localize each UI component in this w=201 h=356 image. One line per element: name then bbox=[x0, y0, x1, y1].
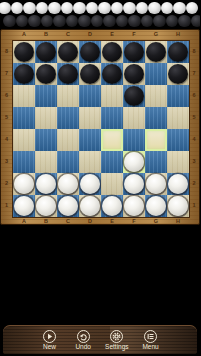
square-h3[interactable] bbox=[167, 151, 189, 173]
tray-white-piece bbox=[173, 2, 186, 15]
tray-black-piece bbox=[116, 15, 129, 28]
rank-labels-right: 87654321 bbox=[189, 41, 199, 217]
rank-label-right-6: 6 bbox=[189, 85, 199, 107]
square-e8[interactable] bbox=[101, 41, 123, 63]
square-d8[interactable] bbox=[79, 41, 101, 63]
tray-white-piece bbox=[11, 2, 24, 15]
square-h7[interactable] bbox=[167, 63, 189, 85]
black-piece-f6[interactable] bbox=[124, 86, 144, 106]
tray-white-piece bbox=[148, 2, 161, 15]
rank-label-left-4: 4 bbox=[2, 129, 12, 151]
rank-label-right-2: 2 bbox=[189, 173, 199, 195]
square-h6[interactable] bbox=[167, 85, 189, 107]
square-f6[interactable] bbox=[123, 85, 145, 107]
tray-black-piece bbox=[153, 15, 166, 28]
rank-label-right-3: 3 bbox=[189, 151, 199, 173]
square-e7[interactable] bbox=[101, 63, 123, 85]
file-label-top-f: F bbox=[123, 30, 145, 40]
square-b2[interactable] bbox=[35, 173, 57, 195]
tray-white-piece bbox=[98, 2, 111, 15]
white-piece-h2[interactable] bbox=[168, 174, 188, 194]
tray-black-piece bbox=[66, 15, 79, 28]
tray-black-piece bbox=[53, 15, 66, 28]
black-piece-a7[interactable] bbox=[14, 64, 34, 84]
tray-white-piece bbox=[73, 2, 86, 15]
undo-icon bbox=[77, 330, 90, 343]
square-f3[interactable] bbox=[123, 151, 145, 173]
black-piece-b7[interactable] bbox=[36, 64, 56, 84]
square-b6[interactable] bbox=[35, 85, 57, 107]
new-game-button[interactable]: New bbox=[33, 330, 67, 351]
checkers-board: ABCDEFGH ABCDEFGH 87654321 87654321 bbox=[0, 29, 200, 225]
square-e3[interactable] bbox=[101, 151, 123, 173]
file-label-bottom-g: G bbox=[145, 217, 167, 227]
file-label-bottom-e: E bbox=[101, 217, 123, 227]
square-d6[interactable] bbox=[79, 85, 101, 107]
black-piece-d7[interactable] bbox=[80, 64, 100, 84]
square-h8[interactable] bbox=[167, 41, 189, 63]
rank-label-left-3: 3 bbox=[2, 151, 12, 173]
file-label-bottom-h: H bbox=[167, 217, 189, 227]
tray-black-piece bbox=[103, 15, 116, 28]
file-label-top-c: C bbox=[57, 30, 79, 40]
square-d4[interactable] bbox=[79, 129, 101, 151]
board-grid bbox=[13, 41, 189, 217]
rank-label-left-7: 7 bbox=[2, 63, 12, 85]
square-b7[interactable] bbox=[35, 63, 57, 85]
black-piece-f8[interactable] bbox=[124, 42, 144, 62]
square-b1[interactable] bbox=[35, 195, 57, 217]
black-piece-b8[interactable] bbox=[36, 42, 56, 62]
square-f7[interactable] bbox=[123, 63, 145, 85]
square-c8[interactable] bbox=[57, 41, 79, 63]
square-e6[interactable] bbox=[101, 85, 123, 107]
white-piece-g2[interactable] bbox=[146, 174, 166, 194]
tray-black-piece bbox=[41, 15, 54, 28]
square-b4[interactable] bbox=[35, 129, 57, 151]
square-g3[interactable] bbox=[145, 151, 167, 173]
tray-black-piece bbox=[28, 15, 41, 28]
square-b3[interactable] bbox=[35, 151, 57, 173]
new-button-label: New bbox=[43, 344, 56, 351]
square-a2[interactable] bbox=[13, 173, 35, 195]
rank-label-left-8: 8 bbox=[2, 41, 12, 63]
white-piece-f1[interactable] bbox=[124, 196, 144, 216]
settings-button-label: Settings bbox=[105, 344, 129, 351]
file-label-top-g: G bbox=[145, 30, 167, 40]
tray-black-piece bbox=[78, 15, 91, 28]
white-piece-h1[interactable] bbox=[168, 196, 188, 216]
square-h5[interactable] bbox=[167, 107, 189, 129]
square-g1[interactable] bbox=[145, 195, 167, 217]
white-piece-d2[interactable] bbox=[80, 174, 100, 194]
tray-black-piece bbox=[91, 15, 104, 28]
square-g8[interactable] bbox=[145, 41, 167, 63]
tray-black-piece bbox=[141, 15, 154, 28]
app-bar-buttons: New Undo bbox=[33, 330, 168, 351]
white-piece-b1[interactable] bbox=[36, 196, 56, 216]
file-label-bottom-d: D bbox=[79, 217, 101, 227]
square-d1[interactable] bbox=[79, 195, 101, 217]
square-h1[interactable] bbox=[167, 195, 189, 217]
file-label-top-h: H bbox=[167, 30, 189, 40]
square-g2[interactable] bbox=[145, 173, 167, 195]
square-b5[interactable] bbox=[35, 107, 57, 129]
play-icon bbox=[43, 330, 56, 343]
white-piece-g1[interactable] bbox=[146, 196, 166, 216]
black-piece-f7[interactable] bbox=[124, 64, 144, 84]
black-piece-d8[interactable] bbox=[80, 42, 100, 62]
square-f5[interactable] bbox=[123, 107, 145, 129]
square-f1[interactable] bbox=[123, 195, 145, 217]
white-piece-a2[interactable] bbox=[14, 174, 34, 194]
square-e4[interactable] bbox=[101, 129, 123, 151]
black-pieces-tray bbox=[3, 15, 200, 28]
square-c1[interactable] bbox=[57, 195, 79, 217]
menu-button[interactable]: Menu bbox=[134, 330, 168, 351]
white-piece-c1[interactable] bbox=[58, 196, 78, 216]
square-a1[interactable] bbox=[13, 195, 35, 217]
rank-label-right-4: 4 bbox=[189, 129, 199, 151]
black-piece-a8[interactable] bbox=[14, 42, 34, 62]
black-piece-g8[interactable] bbox=[146, 42, 166, 62]
square-e1[interactable] bbox=[101, 195, 123, 217]
list-icon bbox=[144, 330, 157, 343]
tray-white-piece bbox=[48, 2, 61, 15]
undo-button-label: Undo bbox=[75, 344, 91, 351]
file-label-top-a: A bbox=[13, 30, 35, 40]
black-piece-c8[interactable] bbox=[58, 42, 78, 62]
rank-label-left-2: 2 bbox=[2, 173, 12, 195]
app-bar: New Undo bbox=[3, 325, 197, 354]
square-f2[interactable] bbox=[123, 173, 145, 195]
square-a4[interactable] bbox=[13, 129, 35, 151]
file-label-bottom-f: F bbox=[123, 217, 145, 227]
square-e2[interactable] bbox=[101, 173, 123, 195]
tray-white-piece bbox=[36, 2, 49, 15]
file-label-top-e: E bbox=[101, 30, 123, 40]
tray-white-piece bbox=[0, 2, 11, 15]
square-c2[interactable] bbox=[57, 173, 79, 195]
square-f4[interactable] bbox=[123, 129, 145, 151]
tray-black-piece bbox=[191, 15, 201, 28]
square-c3[interactable] bbox=[57, 151, 79, 173]
tray-white-piece bbox=[86, 2, 99, 15]
file-label-bottom-a: A bbox=[13, 217, 35, 227]
file-label-top-d: D bbox=[79, 30, 101, 40]
black-piece-h7[interactable] bbox=[168, 64, 188, 84]
tray-white-piece bbox=[123, 2, 136, 15]
square-c7[interactable] bbox=[57, 63, 79, 85]
white-piece-b2[interactable] bbox=[36, 174, 56, 194]
tray-white-piece bbox=[111, 2, 124, 15]
square-g4[interactable] bbox=[145, 129, 167, 151]
rank-label-left-1: 1 bbox=[2, 195, 12, 217]
white-piece-e1[interactable] bbox=[102, 196, 122, 216]
rank-label-right-5: 5 bbox=[189, 107, 199, 129]
rank-labels-left: 87654321 bbox=[2, 41, 12, 217]
square-e5[interactable] bbox=[101, 107, 123, 129]
tray-white-piece bbox=[23, 2, 36, 15]
square-b8[interactable] bbox=[35, 41, 57, 63]
white-piece-f3[interactable] bbox=[124, 152, 144, 172]
square-g7[interactable] bbox=[145, 63, 167, 85]
file-label-top-b: B bbox=[35, 30, 57, 40]
black-piece-e7[interactable] bbox=[102, 64, 122, 84]
file-label-bottom-b: B bbox=[35, 217, 57, 227]
rank-label-right-1: 1 bbox=[189, 195, 199, 217]
tray-white-piece bbox=[136, 2, 149, 15]
black-piece-c7[interactable] bbox=[58, 64, 78, 84]
black-piece-e8[interactable] bbox=[102, 42, 122, 62]
rank-label-right-8: 8 bbox=[189, 41, 199, 63]
file-labels-bottom: ABCDEFGH bbox=[13, 217, 189, 227]
square-a3[interactable] bbox=[13, 151, 35, 173]
square-c6[interactable] bbox=[57, 85, 79, 107]
tray-black-piece bbox=[128, 15, 141, 28]
square-d3[interactable] bbox=[79, 151, 101, 173]
tray-black-piece bbox=[178, 15, 191, 28]
file-label-bottom-c: C bbox=[57, 217, 79, 227]
rank-label-left-5: 5 bbox=[2, 107, 12, 129]
square-f8[interactable] bbox=[123, 41, 145, 63]
white-piece-f2[interactable] bbox=[124, 174, 144, 194]
undo-button[interactable]: Undo bbox=[66, 330, 100, 351]
tray-black-piece bbox=[3, 15, 16, 28]
square-g6[interactable] bbox=[145, 85, 167, 107]
settings-button[interactable]: Settings bbox=[100, 330, 134, 351]
square-h2[interactable] bbox=[167, 173, 189, 195]
square-g5[interactable] bbox=[145, 107, 167, 129]
rank-label-right-7: 7 bbox=[189, 63, 199, 85]
square-d2[interactable] bbox=[79, 173, 101, 195]
black-piece-h8[interactable] bbox=[168, 42, 188, 62]
square-d5[interactable] bbox=[79, 107, 101, 129]
tray-white-piece bbox=[186, 2, 199, 15]
tray-white-piece bbox=[161, 2, 174, 15]
file-labels-top: ABCDEFGH bbox=[13, 30, 189, 40]
tray-white-piece bbox=[61, 2, 74, 15]
menu-button-label: Menu bbox=[142, 344, 158, 351]
app-screen: ABCDEFGH ABCDEFGH 87654321 87654321 New bbox=[0, 0, 200, 356]
gear-icon bbox=[110, 330, 123, 343]
tray-black-piece bbox=[16, 15, 29, 28]
square-a8[interactable] bbox=[13, 41, 35, 63]
square-c5[interactable] bbox=[57, 107, 79, 129]
square-h4[interactable] bbox=[167, 129, 189, 151]
white-piece-d1[interactable] bbox=[80, 196, 100, 216]
square-d7[interactable] bbox=[79, 63, 101, 85]
white-piece-a1[interactable] bbox=[14, 196, 34, 216]
square-a5[interactable] bbox=[13, 107, 35, 129]
tray-black-piece bbox=[166, 15, 179, 28]
white-pieces-tray bbox=[0, 2, 198, 15]
square-a7[interactable] bbox=[13, 63, 35, 85]
square-c4[interactable] bbox=[57, 129, 79, 151]
square-a6[interactable] bbox=[13, 85, 35, 107]
rank-label-left-6: 6 bbox=[2, 85, 12, 107]
white-piece-c2[interactable] bbox=[58, 174, 78, 194]
